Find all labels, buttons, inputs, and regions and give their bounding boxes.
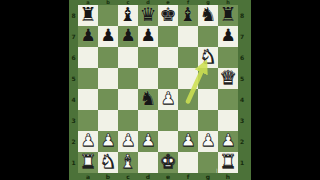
coord-file-c-bottom: c (118, 173, 138, 180)
piece-black-queen[interactable]: ♛ (139, 4, 156, 25)
square-g4[interactable] (198, 89, 218, 110)
square-d7[interactable]: ♟ (138, 26, 158, 47)
square-a6[interactable] (78, 47, 98, 68)
square-d2[interactable]: ♟ (138, 131, 158, 152)
piece-white-king[interactable]: ♚ (159, 151, 176, 172)
coord-rank-8-right: 8 (238, 5, 251, 26)
piece-white-knight[interactable]: ♞ (99, 151, 116, 172)
square-e3[interactable] (158, 110, 178, 131)
coord-file-e-bottom: e (158, 173, 178, 180)
square-h8[interactable]: ♜ (218, 5, 238, 26)
square-b6[interactable] (98, 47, 118, 68)
square-b3[interactable] (98, 110, 118, 131)
piece-black-bishop[interactable]: ♝ (119, 4, 136, 25)
square-b8[interactable] (98, 5, 118, 26)
square-e8[interactable]: ♚ (158, 5, 178, 26)
piece-white-pawn[interactable]: ♟ (160, 88, 175, 109)
square-a8[interactable]: ♜ (78, 5, 98, 26)
square-f4[interactable] (178, 89, 198, 110)
piece-black-knight[interactable]: ♞ (199, 4, 216, 25)
coord-rank-6-right: 6 (238, 47, 251, 68)
square-c6[interactable] (118, 47, 138, 68)
coord-rank-7-left: 7 (69, 26, 78, 47)
square-d5[interactable] (138, 68, 158, 89)
coord-rank-3-left: 3 (69, 110, 78, 131)
square-h2[interactable]: ♟ (218, 131, 238, 152)
square-b7[interactable]: ♟ (98, 26, 118, 47)
square-a5[interactable] (78, 68, 98, 89)
piece-black-pawn[interactable]: ♟ (140, 25, 155, 46)
square-h6[interactable] (218, 47, 238, 68)
piece-black-knight[interactable]: ♞ (139, 88, 156, 109)
square-e7[interactable] (158, 26, 178, 47)
piece-white-knight[interactable]: ♞ (199, 46, 216, 67)
square-d6[interactable] (138, 47, 158, 68)
square-e4[interactable]: ♟ (158, 89, 178, 110)
coord-rank-2-right: 2 (238, 131, 251, 152)
square-b2[interactable]: ♟ (98, 131, 118, 152)
square-g8[interactable]: ♞ (198, 5, 218, 26)
piece-black-pawn[interactable]: ♟ (80, 25, 95, 46)
square-g6[interactable]: ♞ (198, 47, 218, 68)
piece-white-rook[interactable]: ♜ (79, 151, 96, 172)
coord-file-a-bottom: a (78, 173, 98, 180)
piece-black-king[interactable]: ♚ (159, 4, 176, 25)
chess-board[interactable]: abcdefghabcdefgh8765432187654321♜♝♛♚♝♞♜♟… (69, 0, 251, 180)
square-d3[interactable] (138, 110, 158, 131)
coord-rank-1-right: 1 (238, 152, 251, 173)
piece-black-rook[interactable]: ♜ (219, 4, 236, 25)
letterbox-right (251, 0, 320, 180)
square-a2[interactable]: ♟ (78, 131, 98, 152)
square-g2[interactable]: ♟ (198, 131, 218, 152)
square-e1[interactable]: ♚ (158, 152, 178, 173)
square-b4[interactable] (98, 89, 118, 110)
piece-white-pawn[interactable]: ♟ (180, 130, 195, 151)
coord-file-b-bottom: b (98, 173, 118, 180)
square-f7[interactable] (178, 26, 198, 47)
square-d4[interactable]: ♞ (138, 89, 158, 110)
piece-white-pawn[interactable]: ♟ (220, 130, 235, 151)
coord-rank-7-right: 7 (238, 26, 251, 47)
piece-white-queen[interactable]: ♛ (219, 67, 236, 88)
coord-rank-8-left: 8 (69, 5, 78, 26)
video-frame: abcdefghabcdefgh8765432187654321♜♝♛♚♝♞♜♟… (0, 0, 320, 180)
square-e6[interactable] (158, 47, 178, 68)
square-c4[interactable] (118, 89, 138, 110)
square-g3[interactable] (198, 110, 218, 131)
square-c1[interactable]: ♝ (118, 152, 138, 173)
piece-black-rook[interactable]: ♜ (79, 4, 96, 25)
coord-rank-2-left: 2 (69, 131, 78, 152)
square-h5[interactable]: ♛ (218, 68, 238, 89)
coord-rank-5-right: 5 (238, 68, 251, 89)
square-d1[interactable] (138, 152, 158, 173)
piece-black-pawn[interactable]: ♟ (120, 25, 135, 46)
square-c7[interactable]: ♟ (118, 26, 138, 47)
square-c2[interactable]: ♟ (118, 131, 138, 152)
piece-black-pawn[interactable]: ♟ (100, 25, 115, 46)
square-g7[interactable] (198, 26, 218, 47)
piece-white-pawn[interactable]: ♟ (120, 130, 135, 151)
coord-rank-6-left: 6 (69, 47, 78, 68)
coord-rank-5-left: 5 (69, 68, 78, 89)
square-a7[interactable]: ♟ (78, 26, 98, 47)
letterbox-left (0, 0, 69, 180)
square-f2[interactable]: ♟ (178, 131, 198, 152)
square-b5[interactable] (98, 68, 118, 89)
piece-white-pawn[interactable]: ♟ (140, 130, 155, 151)
square-c8[interactable]: ♝ (118, 5, 138, 26)
coord-file-d-bottom: d (138, 173, 158, 180)
square-c3[interactable] (118, 110, 138, 131)
square-f6[interactable] (178, 47, 198, 68)
square-g5[interactable] (198, 68, 218, 89)
square-a1[interactable]: ♜ (78, 152, 98, 173)
coord-file-f-bottom: f (178, 173, 198, 180)
square-f3[interactable] (178, 110, 198, 131)
coord-rank-4-left: 4 (69, 89, 78, 110)
square-f1[interactable] (178, 152, 198, 173)
piece-white-pawn[interactable]: ♟ (100, 130, 115, 151)
square-e5[interactable] (158, 68, 178, 89)
square-f8[interactable]: ♝ (178, 5, 198, 26)
square-d8[interactable]: ♛ (138, 5, 158, 26)
watermark-text: In (216, 167, 223, 174)
coord-rank-3-right: 3 (238, 110, 251, 131)
square-h3[interactable] (218, 110, 238, 131)
coord-rank-1-left: 1 (69, 152, 78, 173)
square-a3[interactable] (78, 110, 98, 131)
piece-white-bishop[interactable]: ♝ (119, 151, 136, 172)
square-g1[interactable] (198, 152, 218, 173)
square-h7[interactable]: ♟ (218, 26, 238, 47)
piece-white-pawn[interactable]: ♟ (200, 130, 215, 151)
piece-black-bishop[interactable]: ♝ (179, 4, 196, 25)
square-c5[interactable] (118, 68, 138, 89)
coord-rank-4-right: 4 (238, 89, 251, 110)
square-a4[interactable] (78, 89, 98, 110)
piece-black-pawn[interactable]: ♟ (220, 25, 235, 46)
square-e2[interactable] (158, 131, 178, 152)
piece-white-pawn[interactable]: ♟ (80, 130, 95, 151)
square-f5[interactable] (178, 68, 198, 89)
coord-file-h-bottom: h (218, 173, 238, 180)
coord-file-g-bottom: g (198, 173, 218, 180)
square-b1[interactable]: ♞ (98, 152, 118, 173)
square-h4[interactable] (218, 89, 238, 110)
